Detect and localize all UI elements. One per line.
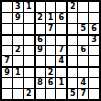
sudoku-cell-r2c6[interactable]: 6 xyxy=(56,13,66,23)
sudoku-cell-r8c2[interactable] xyxy=(13,78,23,88)
sudoku-cell-r7c8[interactable] xyxy=(78,67,88,77)
sudoku-cell-r9c6[interactable] xyxy=(56,89,66,99)
sudoku-cell-r3c3[interactable] xyxy=(24,24,34,34)
sudoku-cell-r4c1[interactable] xyxy=(2,35,12,45)
sudoku-board: 3129216756632976749128614257 xyxy=(0,0,101,101)
sudoku-cell-r4c8[interactable] xyxy=(78,35,88,45)
sudoku-cell-r3c5[interactable]: 7 xyxy=(46,24,56,34)
sudoku-cell-r3c6[interactable] xyxy=(56,24,66,34)
sudoku-cell-r9c7[interactable]: 5 xyxy=(67,89,77,99)
sudoku-cell-r9c3[interactable]: 2 xyxy=(24,89,34,99)
sudoku-cell-r6c5[interactable] xyxy=(46,56,56,66)
sudoku-cell-r3c1[interactable] xyxy=(2,24,12,34)
sudoku-cell-r8c4[interactable]: 8 xyxy=(35,78,45,88)
sudoku-cell-r6c4[interactable] xyxy=(35,56,45,66)
sudoku-cell-r4c9[interactable]: 3 xyxy=(89,35,99,45)
sudoku-cell-r3c8[interactable]: 5 xyxy=(78,24,88,34)
sudoku-cell-r4c5[interactable] xyxy=(46,35,56,45)
sudoku-cell-r2c7[interactable] xyxy=(67,13,77,23)
sudoku-cell-r1c8[interactable] xyxy=(78,2,88,12)
sudoku-cell-r9c8[interactable]: 7 xyxy=(78,89,88,99)
sudoku-cell-r1c7[interactable]: 2 xyxy=(67,2,77,12)
sudoku-cell-r1c2[interactable]: 3 xyxy=(13,2,23,12)
sudoku-cell-r1c5[interactable] xyxy=(46,2,56,12)
sudoku-cell-r5c7[interactable] xyxy=(67,46,77,56)
sudoku-cell-r1c1[interactable] xyxy=(2,2,12,12)
sudoku-cell-r8c8[interactable]: 4 xyxy=(78,78,88,88)
sudoku-cell-r6c2[interactable] xyxy=(13,56,23,66)
sudoku-cell-r7c2[interactable]: 1 xyxy=(13,67,23,77)
sudoku-cell-r2c1[interactable] xyxy=(2,13,12,23)
sudoku-cell-r2c4[interactable]: 2 xyxy=(35,13,45,23)
sudoku-cell-r6c8[interactable] xyxy=(78,56,88,66)
sudoku-cell-r5c5[interactable] xyxy=(46,46,56,56)
sudoku-cell-r2c8[interactable] xyxy=(78,13,88,23)
sudoku-cell-r4c7[interactable] xyxy=(67,35,77,45)
sudoku-cell-r8c3[interactable] xyxy=(24,78,34,88)
sudoku-cell-r6c6[interactable]: 4 xyxy=(56,56,66,66)
sudoku-cell-r5c3[interactable] xyxy=(24,46,34,56)
sudoku-cell-r7c5[interactable]: 2 xyxy=(46,67,56,77)
sudoku-cell-r4c4[interactable]: 6 xyxy=(35,35,45,45)
sudoku-cell-r2c3[interactable] xyxy=(24,13,34,23)
sudoku-cell-r5c9[interactable] xyxy=(89,46,99,56)
sudoku-cell-r5c6[interactable]: 7 xyxy=(56,46,66,56)
sudoku-cell-r9c9[interactable] xyxy=(89,89,99,99)
sudoku-cell-r6c1[interactable]: 7 xyxy=(2,56,12,66)
sudoku-cell-r2c9[interactable] xyxy=(89,13,99,23)
sudoku-cell-r8c5[interactable]: 6 xyxy=(46,78,56,88)
sudoku-cell-r1c4[interactable] xyxy=(35,2,45,12)
sudoku-cell-r9c1[interactable] xyxy=(2,89,12,99)
sudoku-cell-r7c6[interactable] xyxy=(56,67,66,77)
sudoku-cell-r5c1[interactable] xyxy=(2,46,12,56)
sudoku-cell-r8c7[interactable] xyxy=(67,78,77,88)
sudoku-cell-r7c9[interactable] xyxy=(89,67,99,77)
sudoku-cell-r7c4[interactable] xyxy=(35,67,45,77)
sudoku-cell-r1c6[interactable] xyxy=(56,2,66,12)
sudoku-cell-r8c6[interactable]: 1 xyxy=(56,78,66,88)
sudoku-cell-r6c3[interactable] xyxy=(24,56,34,66)
sudoku-cell-r4c6[interactable] xyxy=(56,35,66,45)
sudoku-cell-r5c8[interactable]: 6 xyxy=(78,46,88,56)
sudoku-cell-r3c9[interactable]: 6 xyxy=(89,24,99,34)
sudoku-cell-r3c7[interactable] xyxy=(67,24,77,34)
sudoku-cell-r2c2[interactable]: 9 xyxy=(13,13,23,23)
sudoku-cell-r4c3[interactable] xyxy=(24,35,34,45)
sudoku-cell-r9c4[interactable] xyxy=(35,89,45,99)
sudoku-cell-r5c4[interactable]: 9 xyxy=(35,46,45,56)
sudoku-cell-r5c2[interactable]: 2 xyxy=(13,46,23,56)
sudoku-cell-r7c3[interactable] xyxy=(24,67,34,77)
sudoku-cell-r3c4[interactable] xyxy=(35,24,45,34)
sudoku-cell-r8c1[interactable] xyxy=(2,78,12,88)
sudoku-cell-r6c9[interactable] xyxy=(89,56,99,66)
sudoku-cell-r9c5[interactable] xyxy=(46,89,56,99)
sudoku-cell-r7c7[interactable] xyxy=(67,67,77,77)
sudoku-cell-r9c2[interactable] xyxy=(13,89,23,99)
sudoku-cell-r4c2[interactable] xyxy=(13,35,23,45)
sudoku-cell-r7c1[interactable]: 9 xyxy=(2,67,12,77)
sudoku-cell-r8c9[interactable] xyxy=(89,78,99,88)
sudoku-cell-r6c7[interactable] xyxy=(67,56,77,66)
sudoku-cell-r3c2[interactable] xyxy=(13,24,23,34)
sudoku-cell-r1c3[interactable]: 1 xyxy=(24,2,34,12)
sudoku-cell-r2c5[interactable]: 1 xyxy=(46,13,56,23)
sudoku-cell-r1c9[interactable] xyxy=(89,2,99,12)
